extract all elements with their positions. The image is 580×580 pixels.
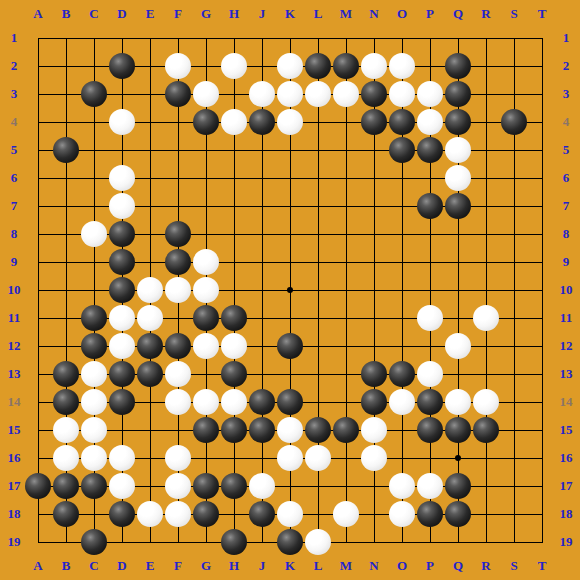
column-label-top: N	[369, 6, 378, 22]
column-label-bottom: L	[314, 558, 323, 574]
black-stone[interactable]	[165, 333, 191, 359]
black-stone[interactable]	[501, 109, 527, 135]
black-stone[interactable]	[109, 361, 135, 387]
column-label-top: D	[117, 6, 126, 22]
black-stone[interactable]	[53, 389, 79, 415]
row-label-right: 5	[563, 142, 570, 158]
black-stone[interactable]	[277, 333, 303, 359]
row-label-left: 6	[11, 170, 18, 186]
grid-line-vertical	[542, 38, 543, 543]
grid-line-vertical	[486, 38, 487, 543]
row-label-right: 6	[563, 170, 570, 186]
row-label-right: 1	[563, 30, 570, 46]
black-stone[interactable]	[445, 193, 471, 219]
black-stone[interactable]	[445, 473, 471, 499]
row-label-left: 10	[8, 282, 21, 298]
black-stone[interactable]	[53, 473, 79, 499]
white-stone[interactable]	[109, 109, 135, 135]
white-stone[interactable]	[221, 109, 247, 135]
white-stone[interactable]	[81, 361, 107, 387]
white-stone[interactable]	[417, 109, 443, 135]
black-stone[interactable]	[109, 53, 135, 79]
black-stone[interactable]	[81, 473, 107, 499]
white-stone[interactable]	[109, 473, 135, 499]
black-stone[interactable]	[81, 333, 107, 359]
black-stone[interactable]	[109, 501, 135, 527]
white-stone[interactable]	[389, 473, 415, 499]
column-label-bottom: A	[33, 558, 42, 574]
white-stone[interactable]	[473, 389, 499, 415]
white-stone[interactable]	[361, 53, 387, 79]
white-stone[interactable]	[221, 333, 247, 359]
column-label-bottom: M	[340, 558, 352, 574]
white-stone[interactable]	[277, 445, 303, 471]
row-label-left: 18	[8, 506, 21, 522]
black-stone[interactable]	[361, 361, 387, 387]
white-stone[interactable]	[361, 445, 387, 471]
white-stone[interactable]	[109, 445, 135, 471]
black-stone[interactable]	[305, 53, 331, 79]
black-stone[interactable]	[221, 305, 247, 331]
black-stone[interactable]	[53, 501, 79, 527]
white-stone[interactable]	[249, 81, 275, 107]
white-stone[interactable]	[417, 305, 443, 331]
column-label-bottom: R	[481, 558, 490, 574]
black-stone[interactable]	[221, 417, 247, 443]
white-stone[interactable]	[53, 417, 79, 443]
column-label-bottom: Q	[453, 558, 463, 574]
black-stone[interactable]	[445, 501, 471, 527]
black-stone[interactable]	[249, 109, 275, 135]
black-stone[interactable]	[361, 389, 387, 415]
row-label-left: 15	[8, 422, 21, 438]
row-label-right: 4	[563, 114, 570, 130]
column-label-top: F	[174, 6, 182, 22]
white-stone[interactable]	[165, 501, 191, 527]
white-stone[interactable]	[333, 81, 359, 107]
black-stone[interactable]	[109, 221, 135, 247]
black-stone[interactable]	[361, 81, 387, 107]
black-stone[interactable]	[445, 53, 471, 79]
white-stone[interactable]	[165, 473, 191, 499]
row-label-left: 19	[8, 534, 21, 550]
white-stone[interactable]	[417, 473, 443, 499]
white-stone[interactable]	[193, 389, 219, 415]
column-label-top: G	[201, 6, 211, 22]
black-stone[interactable]	[137, 361, 163, 387]
black-stone[interactable]	[221, 529, 247, 555]
white-stone[interactable]	[445, 389, 471, 415]
column-label-bottom: P	[426, 558, 434, 574]
black-stone[interactable]	[389, 137, 415, 163]
black-stone[interactable]	[165, 81, 191, 107]
black-stone[interactable]	[417, 193, 443, 219]
black-stone[interactable]	[109, 249, 135, 275]
column-label-bottom: N	[369, 558, 378, 574]
column-label-bottom: E	[146, 558, 155, 574]
white-stone[interactable]	[109, 193, 135, 219]
black-stone[interactable]	[417, 137, 443, 163]
row-label-left: 17	[8, 478, 21, 494]
row-label-left: 4	[11, 114, 18, 130]
white-stone[interactable]	[445, 165, 471, 191]
white-stone[interactable]	[277, 81, 303, 107]
white-stone[interactable]	[193, 277, 219, 303]
column-label-bottom: D	[117, 558, 126, 574]
row-label-left: 2	[11, 58, 18, 74]
white-stone[interactable]	[81, 389, 107, 415]
black-stone[interactable]	[109, 389, 135, 415]
column-label-bottom: O	[397, 558, 407, 574]
white-stone[interactable]	[305, 81, 331, 107]
row-label-left: 5	[11, 142, 18, 158]
row-label-left: 8	[11, 226, 18, 242]
white-stone[interactable]	[389, 389, 415, 415]
white-stone[interactable]	[193, 333, 219, 359]
black-stone[interactable]	[137, 333, 163, 359]
column-label-top: T	[538, 6, 547, 22]
row-label-left: 11	[8, 310, 20, 326]
row-label-left: 12	[8, 338, 21, 354]
white-stone[interactable]	[109, 333, 135, 359]
column-label-bottom: T	[538, 558, 547, 574]
column-label-top: R	[481, 6, 490, 22]
black-stone[interactable]	[333, 53, 359, 79]
white-stone[interactable]	[53, 445, 79, 471]
row-label-left: 16	[8, 450, 21, 466]
black-stone[interactable]	[473, 417, 499, 443]
black-stone[interactable]	[305, 417, 331, 443]
row-label-right: 15	[560, 422, 573, 438]
column-label-top: J	[259, 6, 266, 22]
white-stone[interactable]	[137, 501, 163, 527]
black-stone[interactable]	[333, 417, 359, 443]
row-label-right: 17	[560, 478, 573, 494]
white-stone[interactable]	[445, 137, 471, 163]
white-stone[interactable]	[249, 473, 275, 499]
row-label-right: 13	[560, 366, 573, 382]
column-label-top: H	[229, 6, 239, 22]
white-stone[interactable]	[417, 81, 443, 107]
row-label-right: 16	[560, 450, 573, 466]
column-label-top: E	[146, 6, 155, 22]
black-stone[interactable]	[249, 501, 275, 527]
star-point-dot	[455, 455, 461, 461]
black-stone[interactable]	[193, 473, 219, 499]
white-stone[interactable]	[277, 53, 303, 79]
black-stone[interactable]	[25, 473, 51, 499]
column-label-top: C	[89, 6, 98, 22]
white-stone[interactable]	[389, 53, 415, 79]
row-label-right: 11	[560, 310, 572, 326]
black-stone[interactable]	[445, 81, 471, 107]
black-stone[interactable]	[417, 501, 443, 527]
white-stone[interactable]	[193, 249, 219, 275]
black-stone[interactable]	[193, 109, 219, 135]
column-label-bottom: K	[285, 558, 295, 574]
white-stone[interactable]	[109, 165, 135, 191]
column-label-bottom: G	[201, 558, 211, 574]
black-stone[interactable]	[389, 109, 415, 135]
column-label-top: A	[33, 6, 42, 22]
row-label-right: 9	[563, 254, 570, 270]
column-label-bottom: S	[510, 558, 517, 574]
black-stone[interactable]	[81, 305, 107, 331]
white-stone[interactable]	[165, 445, 191, 471]
white-stone[interactable]	[333, 501, 359, 527]
black-stone[interactable]	[445, 109, 471, 135]
row-label-left: 7	[11, 198, 18, 214]
white-stone[interactable]	[81, 221, 107, 247]
row-label-right: 18	[560, 506, 573, 522]
row-label-left: 1	[11, 30, 18, 46]
star-point-dot	[287, 287, 293, 293]
go-board[interactable]: AABBCCDDEEFFGGHHJJKKLLMMNNOOPPQQRRSSTT11…	[0, 0, 580, 580]
column-label-bottom: H	[229, 558, 239, 574]
white-stone[interactable]	[81, 445, 107, 471]
column-label-top: L	[314, 6, 323, 22]
column-label-bottom: B	[62, 558, 71, 574]
black-stone[interactable]	[53, 361, 79, 387]
white-stone[interactable]	[277, 109, 303, 135]
white-stone[interactable]	[445, 333, 471, 359]
row-label-right: 3	[563, 86, 570, 102]
row-label-left: 13	[8, 366, 21, 382]
column-label-bottom: J	[259, 558, 266, 574]
black-stone[interactable]	[277, 529, 303, 555]
column-label-top: Q	[453, 6, 463, 22]
white-stone[interactable]	[305, 529, 331, 555]
white-stone[interactable]	[221, 53, 247, 79]
row-label-left: 3	[11, 86, 18, 102]
white-stone[interactable]	[277, 417, 303, 443]
black-stone[interactable]	[193, 305, 219, 331]
white-stone[interactable]	[81, 417, 107, 443]
white-stone[interactable]	[473, 305, 499, 331]
row-label-right: 14	[560, 394, 573, 410]
black-stone[interactable]	[277, 389, 303, 415]
white-stone[interactable]	[277, 501, 303, 527]
column-label-top: M	[340, 6, 352, 22]
black-stone[interactable]	[193, 501, 219, 527]
row-label-right: 12	[560, 338, 573, 354]
grid-line-vertical	[346, 38, 347, 543]
column-label-top: P	[426, 6, 434, 22]
white-stone[interactable]	[165, 277, 191, 303]
white-stone[interactable]	[193, 81, 219, 107]
black-stone[interactable]	[109, 277, 135, 303]
black-stone[interactable]	[249, 389, 275, 415]
black-stone[interactable]	[81, 81, 107, 107]
white-stone[interactable]	[221, 389, 247, 415]
white-stone[interactable]	[417, 361, 443, 387]
row-label-right: 2	[563, 58, 570, 74]
column-label-top: O	[397, 6, 407, 22]
row-label-right: 10	[560, 282, 573, 298]
white-stone[interactable]	[165, 361, 191, 387]
black-stone[interactable]	[249, 417, 275, 443]
white-stone[interactable]	[389, 81, 415, 107]
column-label-top: S	[510, 6, 517, 22]
black-stone[interactable]	[417, 417, 443, 443]
white-stone[interactable]	[109, 305, 135, 331]
white-stone[interactable]	[389, 501, 415, 527]
row-label-left: 9	[11, 254, 18, 270]
row-label-right: 7	[563, 198, 570, 214]
black-stone[interactable]	[445, 417, 471, 443]
row-label-left: 14	[8, 394, 21, 410]
black-stone[interactable]	[361, 109, 387, 135]
black-stone[interactable]	[193, 417, 219, 443]
white-stone[interactable]	[361, 417, 387, 443]
black-stone[interactable]	[165, 221, 191, 247]
black-stone[interactable]	[417, 389, 443, 415]
white-stone[interactable]	[305, 445, 331, 471]
row-label-right: 19	[560, 534, 573, 550]
black-stone[interactable]	[53, 137, 79, 163]
black-stone[interactable]	[81, 529, 107, 555]
white-stone[interactable]	[165, 53, 191, 79]
white-stone[interactable]	[137, 305, 163, 331]
black-stone[interactable]	[389, 361, 415, 387]
black-stone[interactable]	[221, 473, 247, 499]
row-label-right: 8	[563, 226, 570, 242]
column-label-top: B	[62, 6, 71, 22]
black-stone[interactable]	[221, 361, 247, 387]
black-stone[interactable]	[165, 249, 191, 275]
column-label-bottom: C	[89, 558, 98, 574]
white-stone[interactable]	[137, 277, 163, 303]
white-stone[interactable]	[165, 389, 191, 415]
column-label-top: K	[285, 6, 295, 22]
column-label-bottom: F	[174, 558, 182, 574]
